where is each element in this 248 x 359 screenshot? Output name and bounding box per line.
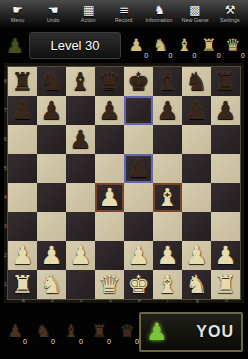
square-h7[interactable]: ♟ [211,96,240,125]
square-g8[interactable]: ♞ [182,67,211,96]
captured-count: 0 [51,338,55,345]
square-f2[interactable]: ♟ [153,241,182,270]
square-c8[interactable]: ♝ [66,67,95,96]
file-label-h: h [225,298,228,303]
captured-white-tray: ♟0♞0♝0♜0♛0 [121,33,248,59]
rank-label-7: 7 [4,108,7,113]
square-d6[interactable] [95,125,124,154]
black-rook: ♜ [214,69,236,94]
player-turn-panel: ♟ YOU [139,312,243,352]
toolbar-item-action[interactable]: ▦Action [71,0,106,28]
player-label: YOU [168,323,234,341]
square-e6[interactable] [124,125,153,154]
white-queen: ♛ [98,272,120,297]
square-g2[interactable]: ♟ [182,241,211,270]
square-b1[interactable]: ♞ [37,270,66,299]
white-pawn: ♟ [214,243,236,268]
square-f1[interactable]: ♝ [153,270,182,299]
white-king: ♚ [127,272,149,297]
knight-icon: ♞ [153,35,168,55]
square-f7[interactable]: ♟ [153,96,182,125]
white-pawn: ♟ [156,243,178,268]
black-pawn-icon: ♟ [4,35,26,57]
square-a1[interactable]: ♜ [8,270,37,299]
file-label-d: d [109,298,112,303]
chess-board: ♜♞♝♛♚♝♞♜♟♟♟♟♟♟♟♟♟♝♟♟♟♟♟♟♟♜♞♛♚♝♞♜ [8,67,240,299]
rank-label-4: 4 [4,195,7,200]
white-pawn: ♟ [98,185,120,210]
captured-black-tray: ♟0♞0♝0♜0♛0 [5,319,137,345]
toolbar-item-record[interactable]: ≡Record [106,0,141,28]
rank-label-3: 3 [4,224,7,229]
square-d8[interactable]: ♛ [95,67,124,96]
white-bishop: ♝ [156,272,178,297]
chess-board-frame: ♜♞♝♛♚♝♞♜♟♟♟♟♟♟♟♟♟♝♟♟♟♟♟♟♟♜♞♛♚♝♞♜ 8765432… [3,62,245,304]
square-h5[interactable] [211,154,240,183]
white-pawn: ♟ [40,243,62,268]
square-d4[interactable]: ♟ [95,183,124,212]
captured-pawn-slot: ♟0 [126,33,146,59]
white-pawn: ♟ [185,243,207,268]
black-pawn: ♟ [156,98,178,123]
square-h4[interactable] [211,183,240,212]
black-queen: ♛ [98,69,120,94]
hand-undo-icon: ☚ [48,4,59,17]
black-bishop: ♝ [156,69,178,94]
square-a4[interactable] [8,183,37,212]
captured-count: 0 [144,52,148,59]
square-e3[interactable] [124,212,153,241]
black-knight: ♞ [40,69,62,94]
white-knight: ♞ [185,272,207,297]
rank-label-1: 1 [4,282,7,287]
black-pawn: ♟ [127,156,149,181]
square-a3[interactable] [8,212,37,241]
white-rook: ♜ [214,272,236,297]
captured-count: 0 [168,52,172,59]
captured-queen-slot: ♛0 [117,319,137,345]
black-bishop: ♝ [69,69,91,94]
square-b6[interactable] [37,125,66,154]
square-c6[interactable]: ♟ [66,125,95,154]
captured-bishop-slot: ♝0 [61,319,81,345]
file-label-f: f [167,298,168,303]
square-g3[interactable] [182,212,211,241]
square-h3[interactable] [211,212,240,241]
status-bar-top: ♟ Level 30 ♟0♞0♝0♜0♛0 [0,29,248,62]
pawn-icon: ♟ [7,321,22,341]
file-label-e: e [138,298,141,303]
square-e4[interactable] [124,183,153,212]
level-indicator[interactable]: Level 30 [29,32,121,59]
square-f4[interactable]: ♝ [153,183,182,212]
action-grid-icon: ▦ [83,4,94,17]
file-label-b: b [51,298,54,303]
square-b5[interactable] [37,154,66,183]
toolbar-item-menu[interactable]: ☛Menu [0,0,35,28]
white-bishop: ♝ [156,185,178,210]
square-f3[interactable] [153,212,182,241]
captured-pawn-slot: ♟0 [5,319,25,345]
record-list-icon: ≡ [119,4,129,17]
settings-wrench-icon: ⚒ [225,4,236,17]
rook-icon: ♜ [91,321,106,341]
black-pawn: ♟ [98,98,120,123]
square-a8[interactable]: ♜ [8,67,37,96]
square-d7[interactable]: ♟ [95,96,124,125]
black-pawn: ♟ [40,98,62,123]
square-f6[interactable] [153,125,182,154]
captured-knight-slot: ♞0 [33,319,53,345]
captured-count: 0 [193,52,197,59]
captured-queen-slot: ♛0 [223,33,243,59]
rank-label-2: 2 [4,253,7,258]
white-knight: ♞ [40,272,62,297]
square-e8[interactable]: ♚ [124,67,153,96]
black-king: ♚ [127,69,149,94]
pawn-icon: ♟ [128,35,143,55]
square-g1[interactable]: ♞ [182,270,211,299]
toolbar-item-label: Undo [47,17,60,23]
square-g7[interactable]: ♟ [182,96,211,125]
square-c7[interactable] [66,96,95,125]
rank-label-5: 5 [4,166,7,171]
square-g6[interactable] [182,125,211,154]
square-c3[interactable] [66,212,95,241]
captured-count: 0 [107,338,111,345]
black-pawn: ♟ [11,98,33,123]
square-d1[interactable]: ♛ [95,270,124,299]
square-h2[interactable]: ♟ [211,241,240,270]
hand-cursor-icon: ☛ [12,4,23,17]
square-a6[interactable] [8,125,37,154]
toolbar-item-label: New Game [181,17,208,23]
black-knight: ♞ [185,69,207,94]
square-e1[interactable]: ♚ [124,270,153,299]
white-rook: ♜ [11,272,33,297]
square-c2[interactable]: ♟ [66,241,95,270]
captured-knight-slot: ♞0 [150,33,170,59]
status-bar-bottom: ♟0♞0♝0♜0♛0 ♟ YOU [0,304,248,359]
captured-count: 0 [23,338,27,345]
captured-count: 0 [135,338,139,345]
rook-icon: ♜ [201,35,216,55]
black-rook: ♜ [11,69,33,94]
toolbar-item-label: Action [81,17,96,23]
toolbar-item-label: Settings [220,17,240,23]
square-c5[interactable] [66,154,95,183]
top-toolbar: ☛Menu☚Undo▦Action≡Record♞Information▩New… [0,0,248,29]
rank-label-6: 6 [4,137,7,142]
toolbar-item-label: Menu [11,17,25,23]
queen-icon: ♛ [225,35,240,55]
bishop-icon: ♝ [177,35,192,55]
toolbar-item-label: Information [146,17,173,23]
queen-icon: ♛ [119,321,134,341]
bishop-icon: ♝ [63,321,78,341]
square-f5[interactable] [153,154,182,183]
white-pawn: ♟ [11,243,33,268]
square-b2[interactable]: ♟ [37,241,66,270]
black-pawn: ♟ [185,98,207,123]
rank-label-8: 8 [4,79,7,84]
square-a5[interactable] [8,154,37,183]
captured-count: 0 [241,52,245,59]
square-b3[interactable] [37,212,66,241]
toolbar-item-settings[interactable]: ⚒Settings [213,0,248,28]
square-e7[interactable] [124,96,153,125]
file-label-g: g [196,298,199,303]
square-a2[interactable]: ♟ [8,241,37,270]
file-label-c: c [80,298,83,303]
square-f8[interactable]: ♝ [153,67,182,96]
square-b4[interactable] [37,183,66,212]
knight-icon: ♞ [35,321,50,341]
black-pawn: ♟ [214,98,236,123]
captured-rook-slot: ♜0 [89,319,109,345]
captured-bishop-slot: ♝0 [174,33,194,59]
toolbar-item-new-game[interactable]: ▩New Game [177,0,212,28]
square-b8[interactable]: ♞ [37,67,66,96]
black-pawn: ♟ [69,127,91,152]
square-a7[interactable]: ♟ [8,96,37,125]
captured-rook-slot: ♜0 [199,33,219,59]
square-g4[interactable] [182,183,211,212]
square-c4[interactable] [66,183,95,212]
square-h8[interactable]: ♜ [211,67,240,96]
square-h6[interactable] [211,125,240,154]
captured-count: 0 [79,338,83,345]
square-e5[interactable]: ♟ [124,154,153,183]
square-e2[interactable]: ♟ [124,241,153,270]
toolbar-item-label: Record [115,17,132,23]
square-g5[interactable] [182,154,211,183]
square-b7[interactable]: ♟ [37,96,66,125]
square-d5[interactable] [95,154,124,183]
information-knight-icon: ♞ [154,4,165,17]
green-pawn-icon: ♟ [146,319,168,345]
toolbar-item-undo[interactable]: ☚Undo [35,0,70,28]
square-d2[interactable] [95,241,124,270]
white-pawn: ♟ [69,243,91,268]
new-game-board-icon: ▩ [189,4,200,17]
white-pawn: ♟ [127,243,149,268]
file-label-a: a [22,298,25,303]
toolbar-item-information[interactable]: ♞Information [142,0,177,28]
square-c1[interactable] [66,270,95,299]
square-d3[interactable] [95,212,124,241]
square-h1[interactable]: ♜ [211,270,240,299]
captured-count: 0 [217,52,221,59]
